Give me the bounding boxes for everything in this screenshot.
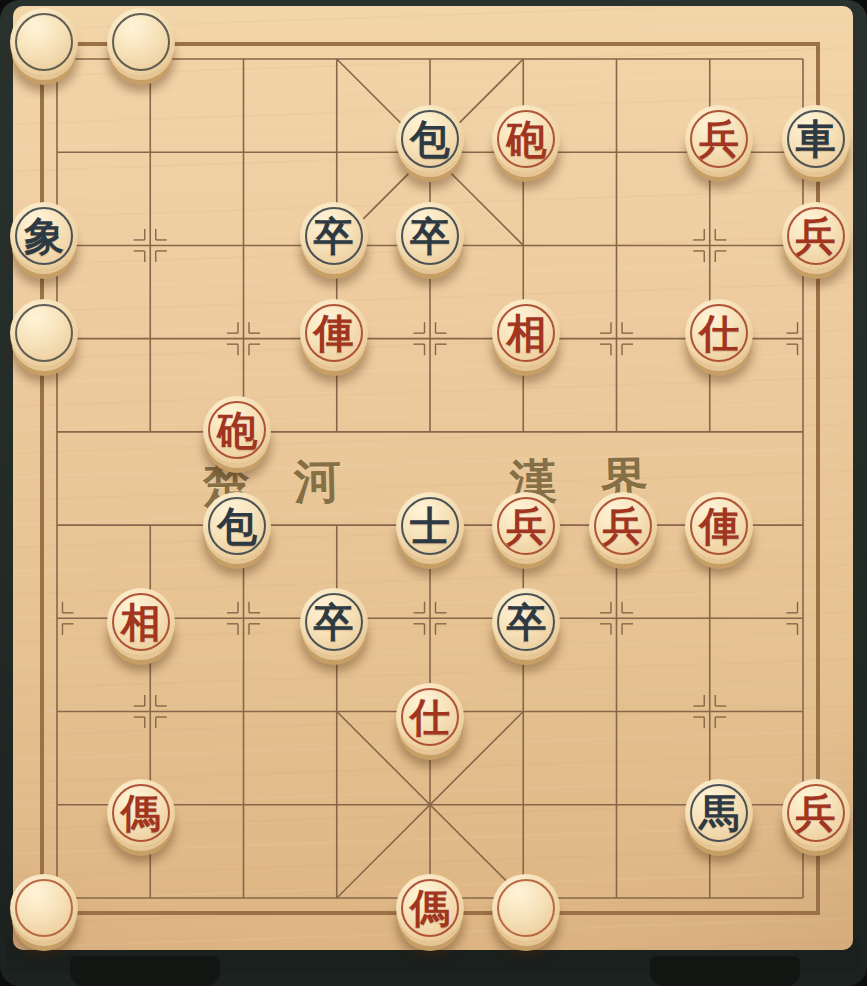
piece-red-elephant[interactable]: 相 (492, 299, 560, 367)
piece-glyph: 馬 (699, 793, 739, 833)
piece-red-facedown[interactable] (10, 874, 78, 942)
piece-red-soldier[interactable]: 兵 (782, 779, 850, 847)
piece-red-cannon[interactable]: 砲 (203, 396, 271, 464)
piece-glyph: 卒 (506, 602, 546, 642)
piece-glyph: 卒 (314, 602, 354, 642)
piece-red-horse[interactable]: 傌 (107, 779, 175, 847)
piece-glyph: 兵 (796, 793, 836, 833)
piece-glyph: 象 (24, 216, 64, 256)
piece-black-advisor[interactable]: 士 (396, 492, 464, 560)
piece-black-soldier[interactable]: 卒 (300, 202, 368, 270)
piece-red-chariot[interactable]: 俥 (300, 299, 368, 367)
piece-glyph: 相 (121, 602, 161, 642)
piece-glyph: 車 (796, 119, 836, 159)
piece-glyph: 仕 (699, 313, 739, 353)
piece-glyph: 包 (217, 506, 257, 546)
piece-glyph: 兵 (699, 119, 739, 159)
piece-glyph: 傌 (121, 793, 161, 833)
piece-red-elephant[interactable]: 相 (107, 588, 175, 656)
piece-glyph: 士 (410, 506, 450, 546)
piece-glyph: 傌 (410, 888, 450, 928)
piece-glyph: 兵 (506, 506, 546, 546)
piece-black-cannon[interactable]: 包 (203, 492, 271, 560)
piece-black-facedown[interactable] (107, 8, 175, 76)
piece-red-soldier[interactable]: 兵 (782, 202, 850, 270)
piece-red-facedown[interactable] (492, 874, 560, 942)
piece-glyph: 兵 (796, 216, 836, 256)
piece-glyph: 砲 (217, 410, 257, 450)
piece-red-soldier[interactable]: 兵 (589, 492, 657, 560)
piece-glyph: 相 (506, 313, 546, 353)
piece-glyph: 俥 (699, 506, 739, 546)
piece-black-soldier[interactable]: 卒 (300, 588, 368, 656)
piece-red-chariot[interactable]: 俥 (685, 492, 753, 560)
piece-glyph: 卒 (410, 216, 450, 256)
piece-glyph: 包 (410, 119, 450, 159)
piece-red-horse[interactable]: 傌 (396, 874, 464, 942)
piece-glyph: 兵 (603, 506, 643, 546)
piece-glyph: 卒 (314, 216, 354, 256)
piece-black-soldier[interactable]: 卒 (396, 202, 464, 270)
piece-red-soldier[interactable]: 兵 (685, 105, 753, 173)
piece-red-advisor[interactable]: 仕 (685, 299, 753, 367)
piece-black-horse[interactable]: 馬 (685, 779, 753, 847)
piece-black-cannon[interactable]: 包 (396, 105, 464, 173)
piece-black-facedown[interactable] (10, 299, 78, 367)
piece-glyph: 仕 (410, 697, 450, 737)
piece-black-chariot[interactable]: 車 (782, 105, 850, 173)
xiangqi-app-screen: 楚河 漢界 包砲兵車象卒卒兵俥相仕砲包士兵兵俥相卒卒仕傌馬兵傌 (0, 0, 867, 986)
piece-black-elephant[interactable]: 象 (10, 202, 78, 270)
piece-red-advisor[interactable]: 仕 (396, 683, 464, 751)
piece-glyph: 俥 (314, 313, 354, 353)
piece-glyph: 砲 (506, 119, 546, 159)
piece-black-soldier[interactable]: 卒 (492, 588, 560, 656)
